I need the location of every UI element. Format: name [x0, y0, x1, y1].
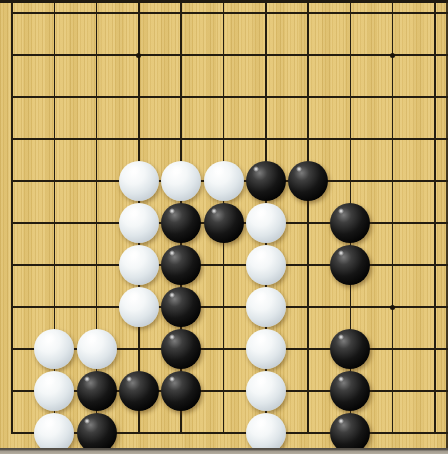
black-stone [288, 161, 328, 201]
grid-line-vertical [307, 0, 309, 434]
black-stone [77, 371, 117, 411]
white-stone [246, 371, 286, 411]
black-stone [246, 161, 286, 201]
white-stone [161, 161, 201, 201]
white-stone [246, 329, 286, 369]
grid-line-vertical [392, 0, 394, 434]
white-stone [246, 203, 286, 243]
black-stone [161, 371, 201, 411]
black-stone [161, 245, 201, 285]
black-stone [77, 413, 117, 453]
bottom-ui-bar [0, 448, 448, 454]
go-board[interactable] [0, 0, 448, 454]
white-stone [246, 287, 286, 327]
star-point [136, 53, 141, 58]
black-stone [204, 203, 244, 243]
star-point [390, 53, 395, 58]
white-stone [119, 203, 159, 243]
white-stone [119, 245, 159, 285]
grid-line-horizontal [11, 138, 448, 140]
white-stone [77, 329, 117, 369]
top-crop-border [0, 0, 448, 3]
black-stone [119, 371, 159, 411]
grid-line-horizontal [11, 264, 448, 266]
grid-line-horizontal [11, 12, 448, 14]
grid-line-horizontal [11, 54, 448, 56]
white-stone [119, 287, 159, 327]
black-stone [161, 329, 201, 369]
star-point [390, 305, 395, 310]
white-stone [204, 161, 244, 201]
grid-line-vertical [434, 0, 436, 434]
white-stone [246, 245, 286, 285]
grid-line-vertical [11, 0, 13, 434]
white-stone [119, 161, 159, 201]
grid-line-horizontal [11, 306, 448, 308]
white-stone [246, 413, 286, 453]
grid-line-horizontal [11, 96, 448, 98]
black-stone [161, 287, 201, 327]
black-stone [161, 203, 201, 243]
